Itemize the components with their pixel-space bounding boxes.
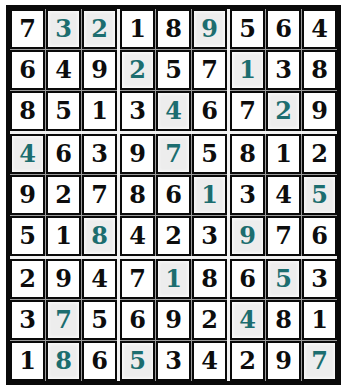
cell-r5c2[interactable]: 2 (46, 175, 81, 215)
cell-r2c5[interactable]: 5 (156, 50, 191, 90)
cell-r8c6[interactable]: 2 (192, 300, 227, 340)
cell-r6c4[interactable]: 4 (120, 216, 155, 256)
cell-r1c9[interactable]: 4 (302, 9, 337, 49)
cell-r4c2[interactable]: 6 (46, 134, 81, 174)
cell-r3c9[interactable]: 9 (302, 91, 337, 131)
cell-r3c6[interactable]: 6 (192, 91, 227, 131)
cell-r7c3[interactable]: 4 (82, 259, 117, 299)
sudoku-box-6: 812345976 (230, 134, 337, 256)
cell-r4c8[interactable]: 1 (266, 134, 301, 174)
cell-r2c8[interactable]: 3 (266, 50, 301, 90)
cell-r5c3[interactable]: 7 (82, 175, 117, 215)
cell-r9c1[interactable]: 1 (10, 341, 45, 381)
cell-r3c1[interactable]: 8 (10, 91, 45, 131)
cell-r4c3[interactable]: 3 (82, 134, 117, 174)
cell-r7c7[interactable]: 6 (230, 259, 265, 299)
sudoku-box-7: 294375186 (10, 259, 117, 381)
cell-r8c7[interactable]: 4 (230, 300, 265, 340)
cell-r1c3[interactable]: 2 (82, 9, 117, 49)
cell-r6c1[interactable]: 5 (10, 216, 45, 256)
cell-r3c7[interactable]: 7 (230, 91, 265, 131)
sudoku-board: 7326498511892573465641387294639275189758… (6, 5, 341, 385)
cell-r5c7[interactable]: 3 (230, 175, 265, 215)
sudoku-box-8: 718692534 (120, 259, 227, 381)
cell-r3c5[interactable]: 4 (156, 91, 191, 131)
cell-r3c2[interactable]: 5 (46, 91, 81, 131)
cell-r4c1[interactable]: 4 (10, 134, 45, 174)
cell-r4c7[interactable]: 8 (230, 134, 265, 174)
cell-r5c1[interactable]: 9 (10, 175, 45, 215)
cell-r2c4[interactable]: 2 (120, 50, 155, 90)
cell-r9c9[interactable]: 7 (302, 341, 337, 381)
sudoku-box-9: 653481297 (230, 259, 337, 381)
cell-r1c7[interactable]: 5 (230, 9, 265, 49)
cell-r8c2[interactable]: 7 (46, 300, 81, 340)
cell-r8c5[interactable]: 9 (156, 300, 191, 340)
cell-r9c5[interactable]: 3 (156, 341, 191, 381)
cell-r6c3[interactable]: 8 (82, 216, 117, 256)
sudoku-page: 7326498511892573465641387294639275189758… (0, 0, 350, 386)
cell-r3c4[interactable]: 3 (120, 91, 155, 131)
cell-r8c9[interactable]: 1 (302, 300, 337, 340)
cell-r7c6[interactable]: 8 (192, 259, 227, 299)
cell-r2c1[interactable]: 6 (10, 50, 45, 90)
cell-r9c6[interactable]: 4 (192, 341, 227, 381)
cell-r1c5[interactable]: 8 (156, 9, 191, 49)
cell-r7c8[interactable]: 5 (266, 259, 301, 299)
cell-r1c4[interactable]: 1 (120, 9, 155, 49)
cell-r1c8[interactable]: 6 (266, 9, 301, 49)
cell-r4c9[interactable]: 2 (302, 134, 337, 174)
cell-r9c4[interactable]: 5 (120, 341, 155, 381)
cell-r6c6[interactable]: 3 (192, 216, 227, 256)
cell-r6c7[interactable]: 9 (230, 216, 265, 256)
cell-r7c2[interactable]: 9 (46, 259, 81, 299)
cell-r7c9[interactable]: 3 (302, 259, 337, 299)
cell-r6c5[interactable]: 2 (156, 216, 191, 256)
cell-r1c2[interactable]: 3 (46, 9, 81, 49)
cell-r5c9[interactable]: 5 (302, 175, 337, 215)
cell-r5c8[interactable]: 4 (266, 175, 301, 215)
cell-r7c4[interactable]: 7 (120, 259, 155, 299)
cell-r8c1[interactable]: 3 (10, 300, 45, 340)
cell-r3c8[interactable]: 2 (266, 91, 301, 131)
cell-r4c5[interactable]: 7 (156, 134, 191, 174)
cell-r2c2[interactable]: 4 (46, 50, 81, 90)
cell-r8c3[interactable]: 5 (82, 300, 117, 340)
cell-r2c6[interactable]: 7 (192, 50, 227, 90)
cell-r7c1[interactable]: 2 (10, 259, 45, 299)
cell-r1c6[interactable]: 9 (192, 9, 227, 49)
cell-r5c4[interactable]: 8 (120, 175, 155, 215)
cell-r9c3[interactable]: 6 (82, 341, 117, 381)
cell-r6c9[interactable]: 6 (302, 216, 337, 256)
cell-r5c5[interactable]: 6 (156, 175, 191, 215)
sudoku-box-4: 463927518 (10, 134, 117, 256)
cell-r9c2[interactable]: 8 (46, 341, 81, 381)
sudoku-box-2: 189257346 (120, 9, 227, 131)
cell-r9c7[interactable]: 2 (230, 341, 265, 381)
cell-r3c3[interactable]: 1 (82, 91, 117, 131)
cell-r2c7[interactable]: 1 (230, 50, 265, 90)
cell-r8c8[interactable]: 8 (266, 300, 301, 340)
cell-r4c6[interactable]: 5 (192, 134, 227, 174)
cell-r9c8[interactable]: 9 (266, 341, 301, 381)
cell-r4c4[interactable]: 9 (120, 134, 155, 174)
sudoku-box-5: 975861423 (120, 134, 227, 256)
cell-r7c5[interactable]: 1 (156, 259, 191, 299)
cell-r6c2[interactable]: 1 (46, 216, 81, 256)
cell-r2c9[interactable]: 8 (302, 50, 337, 90)
sudoku-box-3: 564138729 (230, 9, 337, 131)
cell-r8c4[interactable]: 6 (120, 300, 155, 340)
cell-r6c8[interactable]: 7 (266, 216, 301, 256)
sudoku-box-1: 732649851 (10, 9, 117, 131)
cell-r5c6[interactable]: 1 (192, 175, 227, 215)
cell-r2c3[interactable]: 9 (82, 50, 117, 90)
cell-r1c1[interactable]: 7 (10, 9, 45, 49)
